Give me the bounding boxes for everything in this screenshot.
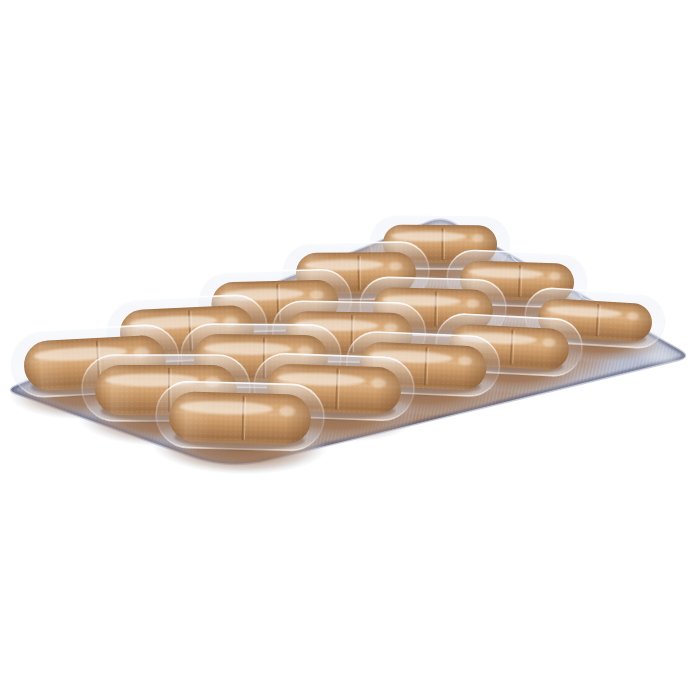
blister-pack (5, 214, 685, 476)
capsule-end-shading (168, 391, 311, 445)
capsules (5, 214, 670, 476)
blister-pack-photo (0, 0, 700, 700)
capsule-row5-col3 (151, 381, 329, 477)
product-photo-stage (0, 0, 700, 700)
